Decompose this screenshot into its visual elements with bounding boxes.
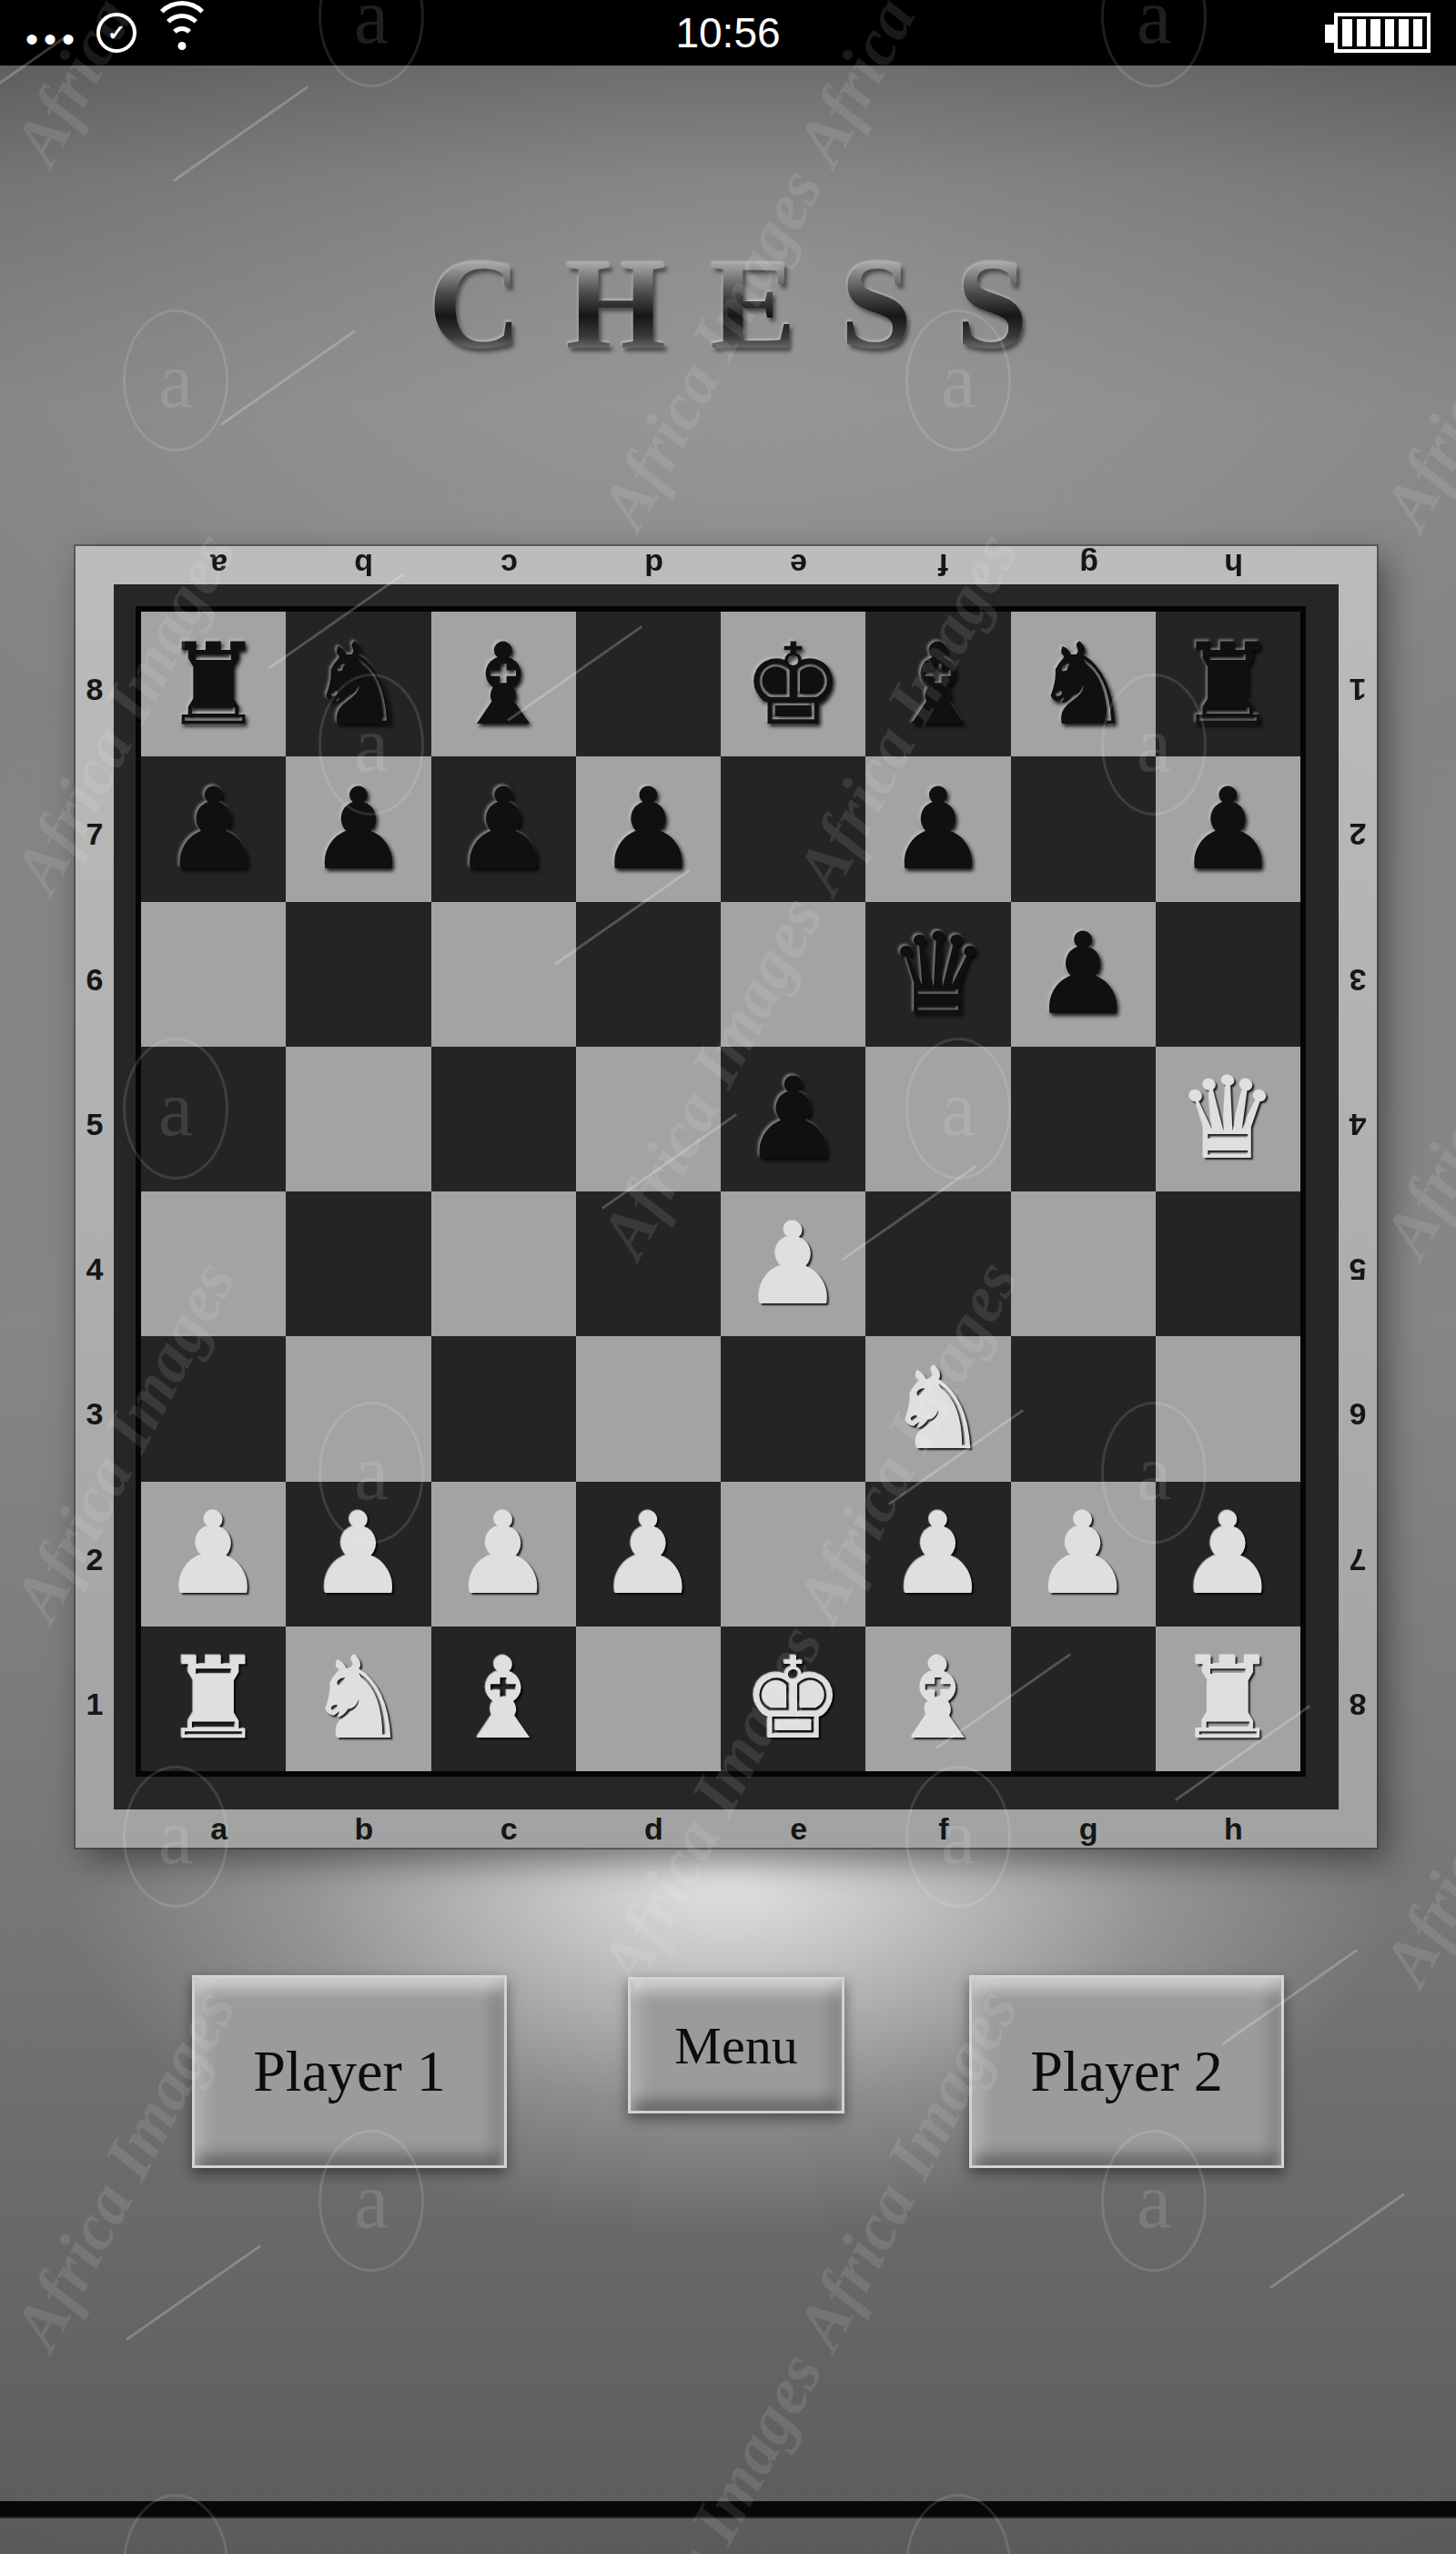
- watermark-text: Africa Images: [585, 2340, 839, 2554]
- square-b6[interactable]: [286, 902, 430, 1047]
- rank-labels-right: 12345678: [1339, 617, 1377, 1777]
- piece-white-pawn[interactable]: ♟: [743, 1208, 844, 1321]
- piece-black-knight[interactable]: ♞: [308, 628, 409, 741]
- piece-white-rook[interactable]: ♜: [163, 1642, 264, 1755]
- piece-black-knight[interactable]: ♞: [1033, 628, 1134, 741]
- scratch-line: [173, 86, 308, 182]
- coordinate-label: 1: [1339, 617, 1377, 762]
- square-f7[interactable]: ♟: [865, 756, 1010, 901]
- coordinate-label: h: [1161, 546, 1306, 584]
- piece-black-rook[interactable]: ♜: [1178, 628, 1279, 741]
- coordinate-label: g: [1016, 1809, 1161, 1848]
- coordinate-label: 3: [76, 1342, 114, 1486]
- square-b7[interactable]: ♟: [286, 756, 430, 901]
- coordinate-label: 8: [1339, 1632, 1377, 1777]
- bottom-bezel-bar: [0, 2501, 1456, 2519]
- piece-black-pawn[interactable]: ♟: [598, 773, 699, 886]
- watermark-text: Africa Images: [1368, 1612, 1456, 1997]
- square-b3[interactable]: [286, 1336, 430, 1481]
- battery-bar: [1342, 19, 1352, 46]
- square-g3[interactable]: [1011, 1336, 1156, 1481]
- square-h1[interactable]: ♜: [1156, 1627, 1300, 1771]
- square-e3[interactable]: [721, 1336, 865, 1481]
- square-e7[interactable]: [721, 756, 865, 901]
- board-squares: ♜♞♝♚♝♞♜♟♟♟♟♟♟♛♟♟♛♟♞♟♟♟♟♟♟♟♜♞♝♚♝♜: [136, 606, 1306, 1777]
- piece-white-pawn[interactable]: ♟: [887, 1497, 988, 1610]
- square-e5[interactable]: ♟: [721, 1047, 865, 1191]
- piece-white-rook[interactable]: ♜: [1178, 1642, 1279, 1755]
- square-f5[interactable]: [865, 1047, 1010, 1191]
- piece-black-pawn[interactable]: ♟: [1033, 917, 1134, 1030]
- piece-white-knight[interactable]: ♞: [308, 1642, 409, 1755]
- square-c2[interactable]: ♟: [431, 1482, 576, 1627]
- piece-black-pawn[interactable]: ♟: [163, 773, 264, 886]
- piece-white-knight[interactable]: ♞: [887, 1353, 988, 1465]
- coordinate-label: 6: [1339, 1342, 1377, 1486]
- square-b5[interactable]: [286, 1047, 430, 1191]
- battery-bar: [1370, 19, 1380, 46]
- menu-button[interactable]: Menu: [628, 1977, 844, 2113]
- square-d7[interactable]: ♟: [576, 756, 721, 901]
- square-c6[interactable]: [431, 902, 576, 1047]
- coordinate-label: 3: [1339, 907, 1377, 1052]
- coordinate-label: 2: [1339, 762, 1377, 907]
- square-g1[interactable]: [1011, 1627, 1156, 1771]
- coordinate-label: g: [1016, 546, 1161, 584]
- status-time: 10:56: [0, 0, 1456, 66]
- player1-button[interactable]: Player 1: [192, 1975, 507, 2168]
- piece-white-bishop[interactable]: ♝: [887, 1642, 988, 1755]
- battery-icon: [1325, 13, 1434, 55]
- watermark-text: Africa Images: [1368, 884, 1456, 1269]
- coordinate-label: d: [581, 546, 726, 584]
- piece-white-king[interactable]: ♚: [743, 1642, 844, 1755]
- watermark-text: Africa Images: [1368, 2340, 1456, 2554]
- coordinate-label: 1: [76, 1632, 114, 1777]
- coordinate-label: 7: [76, 762, 114, 907]
- square-e4[interactable]: ♟: [721, 1191, 865, 1336]
- square-f6[interactable]: ♛: [865, 902, 1010, 1047]
- file-labels-top: abcdefgh: [147, 546, 1306, 584]
- square-f1[interactable]: ♝: [865, 1627, 1010, 1771]
- square-h5[interactable]: ♛: [1156, 1047, 1300, 1191]
- square-a7[interactable]: ♟: [141, 756, 286, 901]
- battery-bar: [1399, 19, 1409, 46]
- coordinate-label: 2: [76, 1487, 114, 1632]
- square-f3[interactable]: ♞: [865, 1336, 1010, 1481]
- piece-black-pawn[interactable]: ♟: [743, 1062, 844, 1175]
- square-g7[interactable]: [1011, 756, 1156, 901]
- square-h3[interactable]: [1156, 1336, 1300, 1481]
- rank-labels-left: 87654321: [76, 617, 114, 1777]
- coordinate-label: e: [726, 1809, 871, 1848]
- square-h4[interactable]: [1156, 1191, 1300, 1336]
- coordinate-label: h: [1161, 1809, 1306, 1848]
- square-a6[interactable]: [141, 902, 286, 1047]
- coordinate-label: e: [726, 546, 871, 584]
- piece-black-pawn[interactable]: ♟: [453, 773, 554, 886]
- square-f8[interactable]: ♝: [865, 612, 1010, 756]
- square-h8[interactable]: ♜: [1156, 612, 1300, 756]
- square-f4[interactable]: [865, 1191, 1010, 1336]
- status-bar: ••• ✓ 10:56: [0, 0, 1456, 66]
- square-b8[interactable]: ♞: [286, 612, 430, 756]
- piece-black-bishop[interactable]: ♝: [453, 628, 554, 741]
- square-c7[interactable]: ♟: [431, 756, 576, 901]
- piece-black-rook[interactable]: ♜: [163, 628, 264, 741]
- square-f2[interactable]: ♟: [865, 1482, 1010, 1627]
- piece-white-pawn[interactable]: ♟: [598, 1497, 699, 1610]
- piece-black-pawn[interactable]: ♟: [887, 773, 988, 886]
- square-c8[interactable]: ♝: [431, 612, 576, 756]
- board-inner-frame: ♜♞♝♚♝♞♜♟♟♟♟♟♟♛♟♟♛♟♞♟♟♟♟♟♟♟♜♞♝♚♝♜: [114, 584, 1339, 1809]
- square-h7[interactable]: ♟: [1156, 756, 1300, 901]
- piece-white-pawn[interactable]: ♟: [1178, 1497, 1279, 1610]
- square-h6[interactable]: [1156, 902, 1300, 1047]
- app-background: ••• ✓ 10:56 CHESS abcdefgh abcdefgh 8765…: [0, 0, 1456, 2554]
- chess-board: abcdefgh abcdefgh 87654321 12345678 ♜♞♝♚…: [76, 546, 1377, 1848]
- coordinate-label: 4: [76, 1197, 114, 1342]
- coordinate-label: c: [437, 546, 581, 584]
- piece-black-king[interactable]: ♚: [743, 628, 844, 741]
- square-h2[interactable]: ♟: [1156, 1482, 1300, 1627]
- battery-bars: [1334, 13, 1431, 53]
- coordinate-label: 4: [1339, 1052, 1377, 1197]
- file-labels-bottom: abcdefgh: [147, 1809, 1306, 1848]
- piece-white-pawn[interactable]: ♟: [453, 1497, 554, 1610]
- square-a1[interactable]: ♜: [141, 1627, 286, 1771]
- square-e1[interactable]: ♚: [721, 1627, 865, 1771]
- square-g6[interactable]: ♟: [1011, 902, 1156, 1047]
- square-g2[interactable]: ♟: [1011, 1482, 1156, 1627]
- square-d5[interactable]: [576, 1047, 721, 1191]
- coordinate-label: 6: [76, 907, 114, 1052]
- piece-white-queen[interactable]: ♛: [1178, 1062, 1279, 1175]
- coordinate-label: f: [871, 546, 1016, 584]
- square-d3[interactable]: [576, 1336, 721, 1481]
- coordinate-label: b: [291, 546, 436, 584]
- coordinate-label: 5: [1339, 1197, 1377, 1342]
- page-title: CHESS: [0, 229, 1456, 379]
- piece-white-pawn[interactable]: ♟: [308, 1497, 409, 1610]
- coordinate-label: 5: [76, 1052, 114, 1197]
- battery-bar: [1385, 19, 1395, 46]
- square-a3[interactable]: [141, 1336, 286, 1481]
- square-g8[interactable]: ♞: [1011, 612, 1156, 756]
- scratch-line: [1269, 2193, 1405, 2289]
- coordinate-label: b: [291, 1809, 436, 1848]
- square-g5[interactable]: [1011, 1047, 1156, 1191]
- square-a2[interactable]: ♟: [141, 1482, 286, 1627]
- square-b4[interactable]: [286, 1191, 430, 1336]
- square-a4[interactable]: [141, 1191, 286, 1336]
- coordinate-label: 8: [76, 617, 114, 762]
- piece-black-queen[interactable]: ♛: [887, 917, 988, 1030]
- square-d1[interactable]: [576, 1627, 721, 1771]
- square-g4[interactable]: [1011, 1191, 1156, 1336]
- square-d8[interactable]: [576, 612, 721, 756]
- square-a5[interactable]: [141, 1047, 286, 1191]
- square-c5[interactable]: [431, 1047, 576, 1191]
- coordinate-label: a: [147, 1809, 291, 1848]
- piece-white-pawn[interactable]: ♟: [1033, 1497, 1134, 1610]
- piece-black-pawn[interactable]: ♟: [1178, 773, 1279, 886]
- battery-bar: [1413, 19, 1423, 46]
- battery-bar: [1357, 19, 1367, 46]
- square-d2[interactable]: ♟: [576, 1482, 721, 1627]
- square-e2[interactable]: [721, 1482, 865, 1627]
- square-c1[interactable]: ♝: [431, 1627, 576, 1771]
- square-c4[interactable]: [431, 1191, 576, 1336]
- square-a8[interactable]: ♜: [141, 612, 286, 756]
- square-c3[interactable]: [431, 1336, 576, 1481]
- square-d6[interactable]: [576, 902, 721, 1047]
- coordinate-label: d: [581, 1809, 726, 1848]
- square-e6[interactable]: [721, 902, 865, 1047]
- square-b2[interactable]: ♟: [286, 1482, 430, 1627]
- scratch-line: [126, 2245, 261, 2341]
- coordinate-label: 7: [1339, 1487, 1377, 1632]
- player2-button[interactable]: Player 2: [969, 1975, 1284, 2168]
- piece-black-bishop[interactable]: ♝: [887, 628, 988, 741]
- piece-white-bishop[interactable]: ♝: [453, 1642, 554, 1755]
- square-d4[interactable]: [576, 1191, 721, 1336]
- piece-white-pawn[interactable]: ♟: [163, 1497, 264, 1610]
- coordinate-label: a: [147, 546, 291, 584]
- square-b1[interactable]: ♞: [286, 1627, 430, 1771]
- coordinate-label: f: [871, 1809, 1016, 1848]
- piece-black-pawn[interactable]: ♟: [308, 773, 409, 886]
- coordinate-label: c: [437, 1809, 581, 1848]
- square-e8[interactable]: ♚: [721, 612, 865, 756]
